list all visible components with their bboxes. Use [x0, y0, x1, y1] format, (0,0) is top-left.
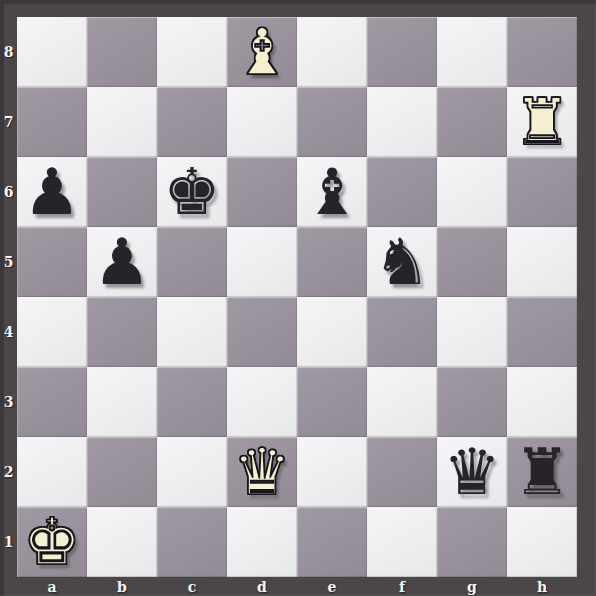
square-a2[interactable]: [17, 437, 87, 507]
square-b4[interactable]: [87, 297, 157, 367]
square-g5[interactable]: [437, 227, 507, 297]
black-queen-g2[interactable]: ♛: [443, 440, 500, 504]
black-king-c6[interactable]: ♚: [163, 160, 220, 224]
black-pawn-b5[interactable]: ♟: [93, 230, 150, 294]
square-c4[interactable]: [157, 297, 227, 367]
square-a6[interactable]: ♟: [17, 157, 87, 227]
square-e6[interactable]: ♝: [297, 157, 367, 227]
square-f5[interactable]: ♞: [367, 227, 437, 297]
square-b2[interactable]: [87, 437, 157, 507]
white-king-a1[interactable]: ♚: [23, 510, 80, 574]
square-g8[interactable]: [437, 17, 507, 87]
square-a4[interactable]: [17, 297, 87, 367]
square-g3[interactable]: [437, 367, 507, 437]
file-label-d: d: [227, 577, 297, 596]
black-bishop-e6[interactable]: ♝: [303, 160, 360, 224]
file-label-e: e: [297, 577, 367, 596]
square-b6[interactable]: [87, 157, 157, 227]
rank-label-5: 5: [0, 227, 17, 297]
file-labels: abcdefgh: [17, 577, 577, 596]
square-e2[interactable]: [297, 437, 367, 507]
square-a1[interactable]: ♚: [17, 507, 87, 577]
square-d6[interactable]: [227, 157, 297, 227]
rank-label-7: 7: [0, 87, 17, 157]
file-label-h: h: [507, 577, 577, 596]
square-h3[interactable]: [507, 367, 577, 437]
file-label-c: c: [157, 577, 227, 596]
rank-labels: 87654321: [0, 17, 17, 577]
square-b3[interactable]: [87, 367, 157, 437]
chess-board: ♝♜♟♚♝♟♞♛♛♜♚: [17, 17, 577, 577]
square-c1[interactable]: [157, 507, 227, 577]
square-f2[interactable]: [367, 437, 437, 507]
square-b5[interactable]: ♟: [87, 227, 157, 297]
square-f3[interactable]: [367, 367, 437, 437]
file-label-f: f: [367, 577, 437, 596]
square-c5[interactable]: [157, 227, 227, 297]
square-d4[interactable]: [227, 297, 297, 367]
square-a8[interactable]: [17, 17, 87, 87]
chess-board-frame: 87654321 ♝♜♟♚♝♟♞♛♛♜♚ abcdefgh: [0, 0, 596, 596]
square-b7[interactable]: [87, 87, 157, 157]
white-queen-d2[interactable]: ♛: [233, 440, 290, 504]
square-g4[interactable]: [437, 297, 507, 367]
square-d8[interactable]: ♝: [227, 17, 297, 87]
black-rook-h2[interactable]: ♜: [513, 440, 570, 504]
square-f8[interactable]: [367, 17, 437, 87]
square-g2[interactable]: ♛: [437, 437, 507, 507]
square-h5[interactable]: [507, 227, 577, 297]
square-c6[interactable]: ♚: [157, 157, 227, 227]
rank-label-4: 4: [0, 297, 17, 367]
file-label-b: b: [87, 577, 157, 596]
square-g1[interactable]: [437, 507, 507, 577]
square-f1[interactable]: [367, 507, 437, 577]
square-e5[interactable]: [297, 227, 367, 297]
square-h4[interactable]: [507, 297, 577, 367]
rank-label-3: 3: [0, 367, 17, 437]
square-h1[interactable]: [507, 507, 577, 577]
white-rook-h7[interactable]: ♜: [513, 90, 570, 154]
file-label-g: g: [437, 577, 507, 596]
rank-label-1: 1: [0, 507, 17, 577]
square-f7[interactable]: [367, 87, 437, 157]
square-b8[interactable]: [87, 17, 157, 87]
square-e4[interactable]: [297, 297, 367, 367]
square-e1[interactable]: [297, 507, 367, 577]
square-c2[interactable]: [157, 437, 227, 507]
square-g7[interactable]: [437, 87, 507, 157]
square-f6[interactable]: [367, 157, 437, 227]
square-a5[interactable]: [17, 227, 87, 297]
square-g6[interactable]: [437, 157, 507, 227]
square-d7[interactable]: [227, 87, 297, 157]
white-bishop-d8[interactable]: ♝: [233, 20, 290, 84]
square-d3[interactable]: [227, 367, 297, 437]
square-b1[interactable]: [87, 507, 157, 577]
square-h6[interactable]: [507, 157, 577, 227]
rank-label-2: 2: [0, 437, 17, 507]
rank-label-6: 6: [0, 157, 17, 227]
square-d5[interactable]: [227, 227, 297, 297]
square-e7[interactable]: [297, 87, 367, 157]
square-e3[interactable]: [297, 367, 367, 437]
rank-label-8: 8: [0, 17, 17, 87]
square-d1[interactable]: [227, 507, 297, 577]
black-knight-f5[interactable]: ♞: [373, 230, 430, 294]
square-e8[interactable]: [297, 17, 367, 87]
square-a3[interactable]: [17, 367, 87, 437]
square-h7[interactable]: ♜: [507, 87, 577, 157]
square-f4[interactable]: [367, 297, 437, 367]
black-pawn-a6[interactable]: ♟: [23, 160, 80, 224]
square-d2[interactable]: ♛: [227, 437, 297, 507]
square-c3[interactable]: [157, 367, 227, 437]
square-c7[interactable]: [157, 87, 227, 157]
square-a7[interactable]: [17, 87, 87, 157]
square-h2[interactable]: ♜: [507, 437, 577, 507]
file-label-a: a: [17, 577, 87, 596]
square-h8[interactable]: [507, 17, 577, 87]
square-c8[interactable]: [157, 17, 227, 87]
